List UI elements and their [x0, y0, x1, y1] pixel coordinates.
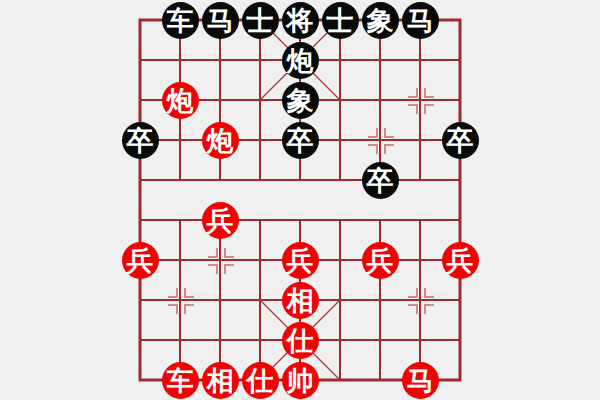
piece-black-general[interactable]: 将 [282, 2, 319, 39]
piece-red-advisor[interactable]: 仕 [242, 362, 279, 399]
piece-black-cannon[interactable]: 炮 [282, 42, 319, 79]
piece-black-elephant[interactable]: 象 [362, 2, 399, 39]
xiangqi-board[interactable]: 车马士将士象马炮炮象卒炮卒卒卒兵兵兵兵兵相仕车相仕帅马 [140, 20, 460, 380]
piece-red-elephant[interactable]: 相 [202, 362, 239, 399]
piece-red-cannon[interactable]: 炮 [202, 122, 239, 159]
piece-red-chariot[interactable]: 车 [162, 362, 199, 399]
piece-red-soldier[interactable]: 兵 [202, 202, 239, 239]
piece-red-cannon[interactable]: 炮 [162, 82, 199, 119]
piece-black-soldier[interactable]: 卒 [122, 122, 159, 159]
piece-red-advisor[interactable]: 仕 [282, 322, 319, 359]
piece-red-horse[interactable]: 马 [402, 362, 439, 399]
xiangqi-app: 车马士将士象马炮炮象卒炮卒卒卒兵兵兵兵兵相仕车相仕帅马 [0, 0, 600, 400]
piece-black-advisor[interactable]: 士 [242, 2, 279, 39]
piece-black-advisor[interactable]: 士 [322, 2, 359, 39]
pieces-layer: 车马士将士象马炮炮象卒炮卒卒卒兵兵兵兵兵相仕车相仕帅马 [140, 20, 460, 380]
piece-black-elephant[interactable]: 象 [282, 82, 319, 119]
piece-red-elephant[interactable]: 相 [282, 282, 319, 319]
piece-red-soldier[interactable]: 兵 [442, 242, 479, 279]
piece-red-soldier[interactable]: 兵 [362, 242, 399, 279]
piece-red-soldier[interactable]: 兵 [282, 242, 319, 279]
piece-black-chariot[interactable]: 车 [162, 2, 199, 39]
piece-red-soldier[interactable]: 兵 [122, 242, 159, 279]
piece-black-soldier[interactable]: 卒 [282, 122, 319, 159]
piece-black-horse[interactable]: 马 [402, 2, 439, 39]
piece-black-soldier[interactable]: 卒 [442, 122, 479, 159]
piece-black-horse[interactable]: 马 [202, 2, 239, 39]
piece-red-general[interactable]: 帅 [282, 362, 319, 399]
piece-black-soldier[interactable]: 卒 [362, 162, 399, 199]
